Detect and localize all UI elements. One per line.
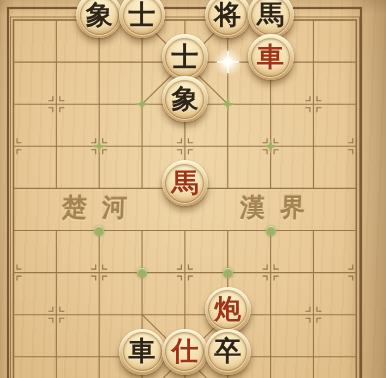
piece-character: 馬: [171, 169, 198, 196]
piece-black-advisor[interactable]: 士: [119, 0, 165, 38]
piece-red-advisor[interactable]: 仕: [162, 329, 208, 375]
piece-red-cannon[interactable]: 炮: [205, 287, 251, 333]
piece-character: 仕: [171, 337, 198, 364]
piece-character: 馬: [257, 1, 284, 28]
piece-black-elephant[interactable]: 象: [162, 76, 208, 122]
piece-character: 将: [214, 1, 241, 28]
piece-black-horse[interactable]: 馬: [248, 0, 294, 38]
piece-character: 象: [171, 85, 198, 112]
piece-red-chariot[interactable]: 車: [248, 34, 294, 80]
xiangqi-board[interactable]: 楚河 漢界 象士将馬士車象馬炮車仕卒: [0, 0, 386, 378]
piece-character: 車: [257, 43, 284, 70]
piece-black-advisor[interactable]: 士: [162, 34, 208, 80]
piece-character: 炮: [214, 295, 241, 322]
piece-red-horse[interactable]: 馬: [162, 160, 208, 206]
piece-character: 卒: [214, 337, 241, 364]
piece-character: 士: [129, 1, 156, 28]
piece-black-soldier[interactable]: 卒: [205, 329, 251, 375]
piece-character: 士: [171, 43, 198, 70]
piece-black-general[interactable]: 将: [205, 0, 251, 38]
piece-character: 象: [86, 1, 113, 28]
piece-black-chariot[interactable]: 車: [119, 329, 165, 375]
piece-character: 車: [129, 337, 156, 364]
piece-black-elephant[interactable]: 象: [76, 0, 122, 38]
